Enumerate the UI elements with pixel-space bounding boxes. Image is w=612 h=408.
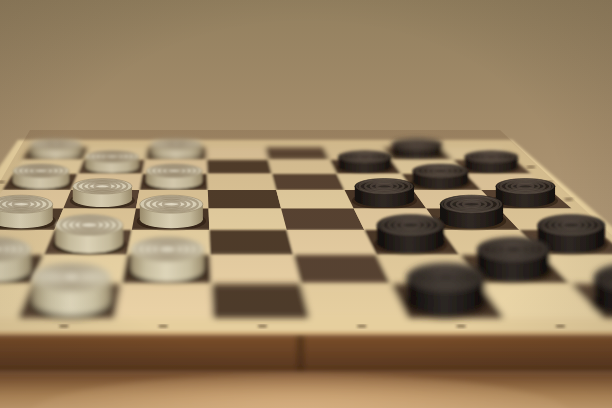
vignette (0, 0, 612, 408)
checkers-photo-scene (0, 0, 612, 408)
checkers-board (0, 0, 612, 408)
